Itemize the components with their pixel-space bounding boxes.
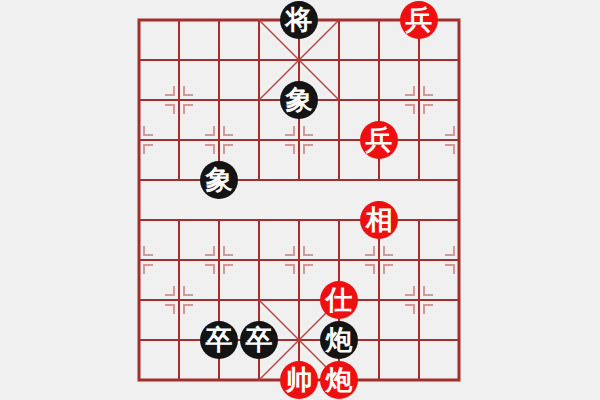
black-elephant[interactable]: 象	[280, 81, 318, 119]
black-pawn[interactable]: 卒	[200, 321, 238, 359]
red-pawn[interactable]: 兵	[360, 121, 398, 159]
red-cannon[interactable]: 炮	[320, 361, 358, 399]
red-pawn[interactable]: 兵	[400, 1, 438, 39]
black-elephant[interactable]: 象	[200, 161, 238, 199]
red-general[interactable]: 帅	[280, 361, 318, 399]
red-advisor[interactable]: 仕	[320, 281, 358, 319]
black-cannon[interactable]: 炮	[320, 321, 358, 359]
black-general[interactable]: 将	[280, 1, 318, 39]
black-pawn[interactable]: 卒	[240, 321, 278, 359]
red-elephant[interactable]: 相	[360, 201, 398, 239]
xiangqi-board[interactable]: 将兵象兵象相仕卒卒炮帅炮	[0, 0, 600, 400]
pieces-layer: 将兵象兵象相仕卒卒炮帅炮	[0, 0, 600, 400]
